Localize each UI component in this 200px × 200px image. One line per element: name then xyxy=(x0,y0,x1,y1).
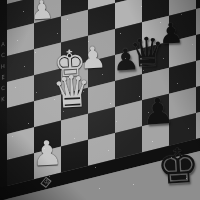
piece-white-queen-c3: ♛ xyxy=(51,69,93,115)
piece-black-king-g1: ♚ xyxy=(155,141,200,191)
piece-black-pawn-g5: ♟ xyxy=(158,19,185,48)
chess-photo: ACHECK ♔ ♟♚♛♟♟♟♛♟♟♚ xyxy=(0,0,200,200)
pieces-layer: ♟♚♛♟♟♟♛♟♟♚ xyxy=(0,0,200,200)
piece-white-pawn-d4: ♟ xyxy=(79,42,107,73)
piece-white-pawn-b2: ♟ xyxy=(31,135,63,171)
film-speckles xyxy=(0,0,1,1)
piece-black-pawn-f2: ♟ xyxy=(141,93,175,131)
piece-white-pawn-b7: ♟ xyxy=(30,0,55,24)
